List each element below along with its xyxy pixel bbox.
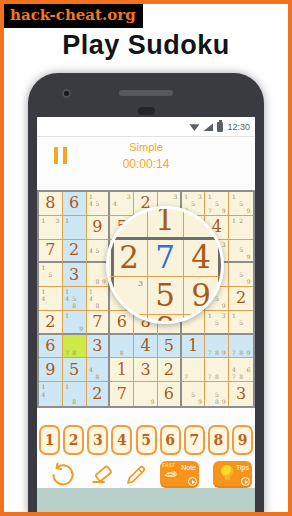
cell-r1c2[interactable]: 6: [63, 192, 87, 216]
note-digit: 8: [213, 398, 220, 405]
note-digit: 9: [220, 398, 227, 405]
note-digit: 7: [230, 349, 237, 356]
cell-r9c6[interactable]: 6: [158, 382, 182, 406]
note-digit: 8: [213, 349, 220, 356]
cell-r5c9[interactable]: 2: [229, 287, 253, 311]
cell-r7c3[interactable]: 3: [87, 335, 111, 359]
note-digit: 4: [40, 390, 47, 397]
cell-r7c4[interactable]: 8: [110, 335, 134, 359]
digit: 6: [164, 386, 174, 402]
digit: 5: [69, 362, 79, 378]
cell-r1c9[interactable]: 159: [229, 192, 253, 216]
note-digit: 9: [245, 207, 252, 214]
note-digit: 8: [71, 349, 78, 356]
digit: 2: [69, 242, 79, 258]
note-digit: 5: [237, 246, 244, 253]
note-digit: 1: [206, 312, 213, 319]
note-digit: 5: [94, 200, 101, 207]
cell-r6c3[interactable]: 7: [87, 311, 111, 335]
note-digit: 3: [125, 193, 132, 200]
note-digit: 1: [40, 264, 47, 271]
app-screen: 12:30 Simple 00:00:14 861453423135715791…: [37, 117, 255, 516]
cell-r4c2[interactable]: 3: [63, 263, 87, 287]
note-digit: 4: [88, 295, 95, 302]
note-digit: 1: [230, 193, 237, 200]
note-digit: 5: [190, 390, 197, 397]
cell-r3c2[interactable]: 2: [63, 240, 87, 264]
note-digit: 4: [88, 366, 95, 373]
lens-digit: 1: [147, 206, 183, 238]
digit: 2: [236, 290, 246, 306]
note-digit: 1: [40, 288, 47, 295]
timer-value: 00:00:14: [37, 157, 255, 171]
numpad-button-1[interactable]: 1: [39, 425, 60, 455]
cell-r7c1[interactable]: 6: [39, 335, 63, 359]
number-pad: 123456789: [39, 425, 253, 455]
cell-r9c7[interactable]: 59: [182, 382, 206, 406]
digit: 6: [45, 338, 55, 354]
cell-r7c7[interactable]: 1: [182, 335, 206, 359]
cell-r1c8[interactable]: 1579: [205, 192, 229, 216]
cell-r8c8[interactable]: 78: [205, 358, 229, 382]
note-digit: 5: [71, 295, 78, 302]
note-digit: 7: [183, 373, 190, 380]
note-digit: 5: [47, 271, 54, 278]
tips-button[interactable]: Tips: [213, 461, 252, 488]
cell-r7c5[interactable]: 4: [134, 335, 158, 359]
note-digit: 4: [40, 295, 47, 302]
note-digit: 5: [213, 390, 220, 397]
note-digit: 3: [54, 217, 61, 224]
undo-icon[interactable]: [49, 462, 75, 488]
note-digit: 9: [220, 349, 227, 356]
numpad-button-2[interactable]: 2: [63, 425, 84, 455]
note-digit: 6: [245, 366, 252, 373]
note-digit: 8: [118, 349, 125, 356]
digit: 5: [164, 338, 174, 354]
lens-digit: 7: [147, 238, 183, 276]
note-digit: 1: [64, 312, 71, 319]
note-digit: 9: [197, 398, 204, 405]
note-digit: 1: [64, 383, 71, 390]
note-digit: 8: [213, 373, 220, 380]
note-digit: 5: [237, 319, 244, 326]
note-digit: 5: [190, 200, 197, 207]
cell-r6c9[interactable]: 15: [229, 311, 253, 335]
cell-r3c1[interactable]: 7: [39, 240, 63, 264]
pencil-icon[interactable]: [123, 462, 149, 488]
note-digit: 5: [213, 319, 220, 326]
cell-r1c4[interactable]: 34: [110, 192, 134, 216]
numpad-button-4[interactable]: 4: [111, 425, 132, 455]
note-digit: 5: [94, 247, 101, 254]
page-title: Play Sudoku: [4, 30, 288, 61]
note-digit: 9: [220, 302, 227, 309]
bottom-nav-bar: [37, 488, 255, 516]
digit: 1: [188, 338, 198, 354]
cell-r4c1[interactable]: 15: [39, 263, 63, 287]
cell-r6c2[interactable]: 19: [63, 311, 87, 335]
watermark-link[interactable]: hack-cheat.org: [4, 4, 143, 28]
numpad-button-9[interactable]: 9: [232, 425, 253, 455]
tips-button-label: Tips: [236, 464, 249, 471]
cell-r5c1[interactable]: 14: [39, 287, 63, 311]
bezel-sensor: [138, 107, 155, 115]
note-digit: 1: [183, 193, 190, 200]
cell-r8c7[interactable]: 7: [182, 358, 206, 382]
digit: 3: [69, 267, 79, 283]
note-digit: 9: [245, 349, 252, 356]
cell-r9c4[interactable]: 7: [110, 382, 134, 406]
note-digit: 8: [71, 398, 78, 405]
cell-r4c9[interactable]: 59: [229, 263, 253, 287]
note-digit: 3: [197, 193, 204, 200]
eraser-icon[interactable]: [89, 462, 115, 488]
note-digit: 5: [237, 271, 244, 278]
note-digit: 9: [78, 325, 85, 332]
cell-r8c9[interactable]: 4678: [229, 358, 253, 382]
battery-icon: [217, 122, 223, 132]
note-digit: 4: [88, 200, 95, 207]
numpad-button-6[interactable]: 6: [160, 425, 181, 455]
note-digit: 8: [94, 302, 101, 309]
note-digit: 4: [64, 295, 71, 302]
cell-r9c8[interactable]: 589: [205, 382, 229, 406]
note-digit: 8: [237, 349, 244, 356]
digit: 6: [69, 195, 79, 211]
note-digit: 4: [88, 247, 95, 254]
digit: 7: [45, 242, 55, 258]
note-digit: 5: [237, 200, 244, 207]
note-digit: 9: [149, 398, 156, 405]
cell-r7c9[interactable]: 789: [229, 335, 253, 359]
numpad-button-5[interactable]: 5: [136, 425, 157, 455]
note-digit: 9: [245, 253, 252, 260]
note-button-label: Note: [181, 464, 196, 471]
note-digit: 7: [64, 349, 71, 356]
cell-r9c3[interactable]: 2: [87, 382, 111, 406]
cell-r6c8[interactable]: 135: [205, 311, 229, 335]
status-time: 12:30: [227, 122, 250, 132]
note-digit: 1: [88, 193, 95, 200]
note-digit: 8: [71, 302, 78, 309]
note-digit: 8: [237, 373, 244, 380]
cell-r5c2[interactable]: 1458: [63, 287, 87, 311]
digit: 2: [92, 386, 102, 402]
cell-r2c2[interactable]: 1: [63, 216, 87, 240]
cell-r5c3[interactable]: 148: [87, 287, 111, 311]
cell-r9c5[interactable]: 9: [134, 382, 158, 406]
note-digit: 7: [206, 349, 213, 356]
digit: 6: [117, 314, 127, 330]
cell-r8c5[interactable]: 3: [134, 358, 158, 382]
note-digit: 1: [64, 288, 71, 295]
note-play-icon: [188, 477, 197, 486]
cell-r8c1[interactable]: 9: [39, 358, 63, 382]
cell-r8c3[interactable]: 48: [87, 358, 111, 382]
cell-r8c2[interactable]: 5: [63, 358, 87, 382]
cell-r8c6[interactable]: 2: [158, 358, 182, 382]
digit: 3: [140, 362, 150, 378]
magnifier-lens: 12745983: [106, 206, 224, 324]
cell-r7c2[interactable]: 78: [63, 335, 87, 359]
digit: 9: [45, 362, 55, 378]
digit: 4: [140, 338, 150, 354]
numpad-button-7[interactable]: 7: [184, 425, 205, 455]
numpad-button-8[interactable]: 8: [208, 425, 229, 455]
cell-r8c4[interactable]: 1: [110, 358, 134, 382]
note-digit: 7: [206, 207, 213, 214]
status-bar: 12:30: [37, 117, 255, 137]
note-digit: 7: [206, 373, 213, 380]
lens-digit: 8: [147, 309, 183, 324]
front-camera-icon: [62, 89, 71, 98]
digit: 2: [45, 314, 55, 330]
cell-r9c2[interactable]: 18: [63, 382, 87, 406]
difficulty-label: Simple: [37, 141, 255, 153]
cell-r2c3[interactable]: 9: [87, 216, 111, 240]
digit: 9: [92, 219, 102, 235]
screenshot-canvas: hack-cheat.org Play Sudoku 12:30 Simple …: [0, 0, 292, 516]
note-digit: 5: [213, 200, 220, 207]
note-digit: 1: [88, 288, 95, 295]
digit: 7: [117, 386, 127, 402]
note-digit: 9: [245, 278, 252, 285]
cell-r6c4[interactable]: 6: [110, 311, 134, 335]
note-button[interactable]: FAST ✎ Note: [160, 461, 199, 488]
lens-note-digit: 3: [138, 279, 143, 288]
digit: 7: [92, 314, 102, 330]
cell-r1c1[interactable]: 8: [39, 192, 63, 216]
tips-play-icon: [241, 477, 250, 486]
note-digit: 7: [230, 373, 237, 380]
note-digit: 9: [101, 278, 108, 285]
digit: 2: [164, 362, 174, 378]
cell-r1c3[interactable]: 145: [87, 192, 111, 216]
note-digit: 4: [230, 366, 237, 373]
digit: 3: [92, 338, 102, 354]
phone-frame: 12:30 Simple 00:00:14 861453423135715791…: [28, 73, 264, 516]
note-digit: 1: [40, 217, 47, 224]
note-digit: 1: [230, 312, 237, 319]
digit: 8: [45, 195, 55, 211]
digit: 1: [117, 362, 127, 378]
note-digit: 1: [40, 383, 47, 390]
toolbar: FAST ✎ Note Tips: [37, 461, 255, 489]
note-digit: 1: [230, 217, 237, 224]
note-digit: 2: [237, 217, 244, 224]
cell-r3c9[interactable]: 59: [229, 240, 253, 264]
numpad-button-3[interactable]: 3: [87, 425, 108, 455]
cell-r2c9[interactable]: 12: [229, 216, 253, 240]
digit: 3: [236, 386, 246, 402]
lightbulb-icon: [221, 465, 233, 477]
note-digit: 3: [172, 193, 179, 200]
cell-r6c1[interactable]: 2: [39, 311, 63, 335]
cellular-signal-icon: [203, 123, 213, 131]
note-digit: 8: [94, 278, 101, 285]
lens-digit: 2: [111, 238, 147, 276]
cell-r9c1[interactable]: 14: [39, 382, 63, 406]
note-digit: 8: [94, 373, 101, 380]
cell-r9c9[interactable]: 3: [229, 382, 253, 406]
note-digit: 1: [206, 193, 213, 200]
note-digit: 3: [220, 312, 227, 319]
cell-r2c1[interactable]: 13: [39, 216, 63, 240]
cell-r7c8[interactable]: 789: [205, 335, 229, 359]
note-digit: 9: [220, 207, 227, 214]
earpiece-speaker: [119, 90, 173, 96]
cell-r7c6[interactable]: 5: [158, 335, 182, 359]
wifi-icon: [189, 123, 199, 131]
note-digit: 1: [64, 217, 71, 224]
note-digit: 4: [111, 200, 118, 207]
lens-digit: 4: [183, 238, 219, 276]
